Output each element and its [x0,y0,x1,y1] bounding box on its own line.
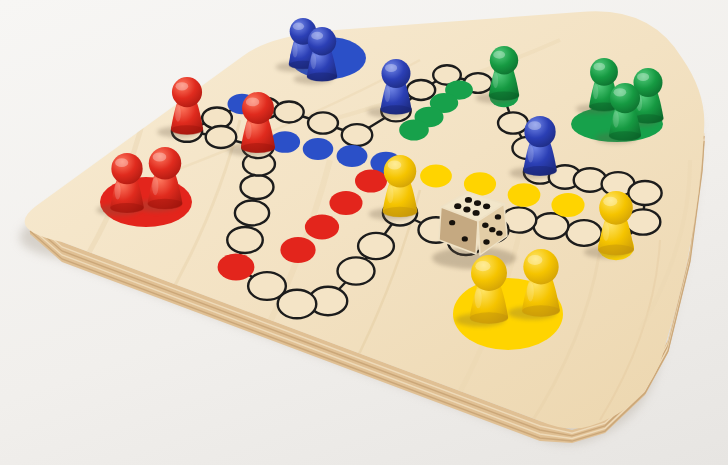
track-cell-22 [566,220,601,246]
goal-cell-red-3 [305,215,339,240]
ludo-board-photo [0,0,728,465]
goal-cell-yellow-3 [508,183,541,207]
track-cell-9 [407,80,435,100]
start-red-cell [218,253,255,280]
goal-cell-blue-2 [303,138,334,160]
track-cell-23 [534,213,569,238]
pawn-red-ring-1[interactable] [157,77,203,138]
track-cell-7 [342,124,372,146]
ludo-scene-svg [0,0,728,465]
goal-cell-red-4 [280,237,315,263]
track-cell-36 [235,201,269,226]
track-cell-35 [227,227,263,253]
track-cell-40 [206,126,237,148]
goal-cell-blue-1 [270,131,300,153]
goal-cell-red-2 [329,191,362,215]
track-cell-37 [241,175,274,199]
track-cell-5 [274,102,303,123]
goal-cell-green-4 [399,119,429,140]
track-cell-29 [358,233,394,259]
goal-cell-blue-3 [337,145,368,167]
track-cell-30 [337,257,374,284]
goal-cell-red-1 [355,169,387,192]
track-cell-13 [498,112,528,133]
goal-cell-yellow-4 [551,193,584,217]
track-cell-6 [308,112,338,133]
track-cell-33 [248,272,286,300]
track-cell-19 [628,181,661,205]
goal-cell-yellow-1 [420,165,452,188]
